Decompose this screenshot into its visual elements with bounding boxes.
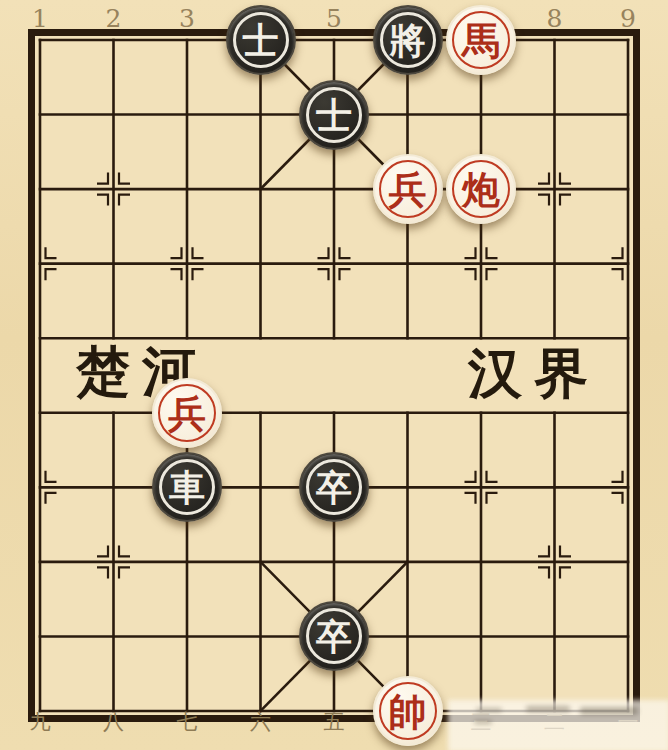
board-intersection: 卒 [297,450,371,525]
board-intersection: 將 [371,3,445,78]
black-advisor-1-piece[interactable]: 士 [226,5,296,75]
piece-glyph: 馬 [462,20,500,60]
piece-glyph: 士 [243,21,279,59]
red-general-piece[interactable]: 帥 [373,676,443,746]
piece-glyph: 士 [316,96,352,134]
piece-glyph: 卒 [316,468,352,506]
piece-glyph: 卒 [316,617,352,655]
piece-glyph: 兵 [168,393,206,433]
board-intersection: 卒 [297,599,371,674]
xiangqi-board: 楚河 汉界 123456789 九八七六五四三二一 士將馬士兵炮兵車卒卒帥 [0,0,668,750]
red-soldier-1-piece[interactable]: 兵 [373,154,443,224]
black-chariot-piece[interactable]: 車 [152,452,222,522]
black-general-piece[interactable]: 將 [373,5,443,75]
piece-glyph: 帥 [389,691,427,731]
board-intersection: 馬 [444,3,518,78]
piece-glyph: 車 [169,468,205,506]
piece-glyph: 兵 [389,169,427,209]
board-intersection: 兵 [150,375,224,450]
watermark-smudge [580,707,638,715]
board-intersection: 帥 [371,674,445,749]
board-intersection: 車 [150,450,224,525]
red-soldier-2-piece[interactable]: 兵 [152,378,222,448]
piece-layer: 士將馬士兵炮兵車卒卒帥 [3,3,665,748]
board-intersection: 炮 [444,152,518,227]
red-horse-piece[interactable]: 馬 [446,5,516,75]
watermark-smudge [476,708,502,712]
piece-glyph: 將 [390,21,426,59]
board-intersection: 士 [224,3,298,78]
black-soldier-2-piece[interactable]: 卒 [299,601,369,671]
board-intersection: 兵 [371,152,445,227]
board-intersection: 士 [297,77,371,152]
watermark-smudge [474,720,492,724]
watermark-smudge [526,706,570,712]
watermark-overlay [448,700,668,750]
black-advisor-2-piece[interactable]: 士 [299,80,369,150]
piece-glyph: 炮 [462,169,500,209]
red-cannon-piece[interactable]: 炮 [446,154,516,224]
black-soldier-1-piece[interactable]: 卒 [299,452,369,522]
